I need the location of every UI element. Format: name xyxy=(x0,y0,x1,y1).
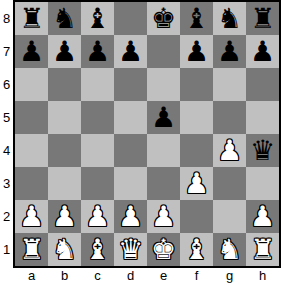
black-knight-icon: ♞ xyxy=(217,2,242,35)
black-rook-icon: ♜ xyxy=(250,2,275,35)
white-pawn-icon: ♟ xyxy=(118,200,143,233)
white-pawn-icon: ♟ xyxy=(19,200,44,233)
square-b4[interactable] xyxy=(48,134,81,167)
square-c5[interactable] xyxy=(81,101,114,134)
square-d2[interactable]: ♟ xyxy=(114,200,147,233)
black-pawn-icon: ♟ xyxy=(151,101,176,134)
square-b1[interactable]: ♞ xyxy=(48,233,81,266)
square-a2[interactable]: ♟ xyxy=(15,200,48,233)
file-label-a: a xyxy=(15,268,48,285)
black-pawn-icon: ♟ xyxy=(217,35,242,68)
square-e1[interactable]: ♚ xyxy=(147,233,180,266)
black-king-icon: ♚ xyxy=(151,2,176,35)
square-e4[interactable] xyxy=(147,134,180,167)
square-b5[interactable] xyxy=(48,101,81,134)
square-h3[interactable] xyxy=(246,167,279,200)
square-g2[interactable] xyxy=(213,200,246,233)
square-g7[interactable]: ♟ xyxy=(213,35,246,68)
rank-label-1: 1 xyxy=(0,233,13,266)
rank-label-5: 5 xyxy=(0,101,13,134)
white-pawn-icon: ♟ xyxy=(85,200,110,233)
square-a1[interactable]: ♜ xyxy=(15,233,48,266)
square-a8[interactable]: ♜ xyxy=(15,2,48,35)
chess-diagram: 87654321 ♜♞♝♚♝♞♜♟♟♟♟♟♟♟♟♟♛♟♟♟♟♟♟♟♜♞♝♛♚♝♞… xyxy=(0,0,284,285)
file-label-f: f xyxy=(180,268,213,285)
square-e2[interactable]: ♟ xyxy=(147,200,180,233)
file-labels: abcdefgh xyxy=(15,268,279,285)
square-c4[interactable] xyxy=(81,134,114,167)
square-g3[interactable] xyxy=(213,167,246,200)
file-label-e: e xyxy=(147,268,180,285)
rank-label-3: 3 xyxy=(0,167,13,200)
white-pawn-icon: ♟ xyxy=(52,200,77,233)
white-rook-icon: ♜ xyxy=(250,233,275,266)
black-pawn-icon: ♟ xyxy=(118,35,143,68)
square-d5[interactable] xyxy=(114,101,147,134)
white-knight-icon: ♞ xyxy=(52,233,77,266)
black-pawn-icon: ♟ xyxy=(19,35,44,68)
white-knight-icon: ♞ xyxy=(217,233,242,266)
white-pawn-icon: ♟ xyxy=(217,134,242,167)
square-d6[interactable] xyxy=(114,68,147,101)
square-h5[interactable] xyxy=(246,101,279,134)
square-e6[interactable] xyxy=(147,68,180,101)
square-c3[interactable] xyxy=(81,167,114,200)
rank-label-7: 7 xyxy=(0,35,13,68)
rank-label-4: 4 xyxy=(0,134,13,167)
black-knight-icon: ♞ xyxy=(52,2,77,35)
square-g5[interactable] xyxy=(213,101,246,134)
square-a3[interactable] xyxy=(15,167,48,200)
square-f6[interactable] xyxy=(180,68,213,101)
rank-label-6: 6 xyxy=(0,68,13,101)
square-b7[interactable]: ♟ xyxy=(48,35,81,68)
square-h4[interactable]: ♛ xyxy=(246,134,279,167)
square-f5[interactable] xyxy=(180,101,213,134)
white-queen-icon: ♛ xyxy=(118,233,143,266)
square-b6[interactable] xyxy=(48,68,81,101)
square-c6[interactable] xyxy=(81,68,114,101)
square-f2[interactable] xyxy=(180,200,213,233)
white-rook-icon: ♜ xyxy=(19,233,44,266)
square-c1[interactable]: ♝ xyxy=(81,233,114,266)
square-f8[interactable]: ♝ xyxy=(180,2,213,35)
rank-label-8: 8 xyxy=(0,2,13,35)
square-h2[interactable]: ♟ xyxy=(246,200,279,233)
white-pawn-icon: ♟ xyxy=(151,200,176,233)
square-g6[interactable] xyxy=(213,68,246,101)
square-e7[interactable] xyxy=(147,35,180,68)
file-label-g: g xyxy=(213,268,246,285)
chess-board: ♜♞♝♚♝♞♜♟♟♟♟♟♟♟♟♟♛♟♟♟♟♟♟♟♜♞♝♛♚♝♞♜ xyxy=(13,0,281,268)
square-e8[interactable]: ♚ xyxy=(147,2,180,35)
square-g4[interactable]: ♟ xyxy=(213,134,246,167)
square-d7[interactable]: ♟ xyxy=(114,35,147,68)
file-label-h: h xyxy=(246,268,279,285)
square-d8[interactable] xyxy=(114,2,147,35)
square-f1[interactable]: ♝ xyxy=(180,233,213,266)
square-c7[interactable]: ♟ xyxy=(81,35,114,68)
square-c8[interactable]: ♝ xyxy=(81,2,114,35)
square-h6[interactable] xyxy=(246,68,279,101)
black-queen-icon: ♛ xyxy=(250,134,275,167)
square-d4[interactable] xyxy=(114,134,147,167)
square-b2[interactable]: ♟ xyxy=(48,200,81,233)
black-pawn-icon: ♟ xyxy=(250,35,275,68)
square-h1[interactable]: ♜ xyxy=(246,233,279,266)
file-label-b: b xyxy=(48,268,81,285)
square-h7[interactable]: ♟ xyxy=(246,35,279,68)
file-label-c: c xyxy=(81,268,114,285)
square-b3[interactable] xyxy=(48,167,81,200)
square-a4[interactable] xyxy=(15,134,48,167)
black-bishop-icon: ♝ xyxy=(85,2,110,35)
white-king-icon: ♚ xyxy=(151,233,176,266)
black-rook-icon: ♜ xyxy=(19,2,44,35)
rank-label-2: 2 xyxy=(0,200,13,233)
square-g8[interactable]: ♞ xyxy=(213,2,246,35)
square-c2[interactable]: ♟ xyxy=(81,200,114,233)
black-bishop-icon: ♝ xyxy=(184,2,209,35)
white-pawn-icon: ♟ xyxy=(250,200,275,233)
white-bishop-icon: ♝ xyxy=(184,233,209,266)
black-pawn-icon: ♟ xyxy=(52,35,77,68)
square-f7[interactable]: ♟ xyxy=(180,35,213,68)
square-a5[interactable] xyxy=(15,101,48,134)
square-f4[interactable] xyxy=(180,134,213,167)
square-e5[interactable]: ♟ xyxy=(147,101,180,134)
file-label-d: d xyxy=(114,268,147,285)
square-h8[interactable]: ♜ xyxy=(246,2,279,35)
white-bishop-icon: ♝ xyxy=(85,233,110,266)
square-a7[interactable]: ♟ xyxy=(15,35,48,68)
black-pawn-icon: ♟ xyxy=(85,35,110,68)
rank-labels: 87654321 xyxy=(0,2,13,266)
white-pawn-icon: ♟ xyxy=(184,167,209,200)
square-b8[interactable]: ♞ xyxy=(48,2,81,35)
square-d3[interactable] xyxy=(114,167,147,200)
square-e3[interactable] xyxy=(147,167,180,200)
square-d1[interactable]: ♛ xyxy=(114,233,147,266)
square-f3[interactable]: ♟ xyxy=(180,167,213,200)
square-g1[interactable]: ♞ xyxy=(213,233,246,266)
square-a6[interactable] xyxy=(15,68,48,101)
black-pawn-icon: ♟ xyxy=(184,35,209,68)
